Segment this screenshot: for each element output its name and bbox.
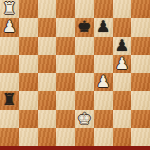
piece-black-pawn: ♟ <box>96 19 110 35</box>
square-c5[interactable] <box>38 55 57 73</box>
square-b6[interactable] <box>19 37 38 55</box>
square-a1[interactable] <box>0 128 19 146</box>
square-b8[interactable] <box>19 0 38 18</box>
piece-white-pawn: ♟ <box>2 19 16 35</box>
square-f1[interactable] <box>94 128 113 146</box>
square-b4[interactable] <box>19 73 38 91</box>
square-a2[interactable] <box>0 110 19 128</box>
square-d6[interactable] <box>56 37 75 55</box>
square-a4[interactable] <box>0 73 19 91</box>
chess-board-screenshot: ♜♟♚♟♟♟♟♜♚ <box>0 0 150 150</box>
square-h1[interactable] <box>131 128 150 146</box>
square-h5[interactable] <box>131 55 150 73</box>
square-b1[interactable] <box>19 128 38 146</box>
piece-white-pawn: ♟ <box>96 74 110 90</box>
piece-white-rook: ♜ <box>2 1 16 17</box>
square-b3[interactable] <box>19 91 38 109</box>
square-e2[interactable]: ♚ <box>75 110 94 128</box>
square-d5[interactable] <box>56 55 75 73</box>
piece-black-pawn: ♟ <box>115 38 129 54</box>
square-e6[interactable] <box>75 37 94 55</box>
square-h6[interactable] <box>131 37 150 55</box>
square-g2[interactable] <box>113 110 132 128</box>
square-b7[interactable] <box>19 18 38 36</box>
square-d1[interactable] <box>56 128 75 146</box>
square-d3[interactable] <box>56 91 75 109</box>
square-g3[interactable] <box>113 91 132 109</box>
square-e3[interactable] <box>75 91 94 109</box>
square-c1[interactable] <box>38 128 57 146</box>
square-g4[interactable] <box>113 73 132 91</box>
square-f7[interactable]: ♟ <box>94 18 113 36</box>
square-g8[interactable] <box>113 0 132 18</box>
square-f6[interactable] <box>94 37 113 55</box>
square-c6[interactable] <box>38 37 57 55</box>
square-c8[interactable] <box>38 0 57 18</box>
square-b2[interactable] <box>19 110 38 128</box>
square-h3[interactable] <box>131 91 150 109</box>
square-a3[interactable]: ♜ <box>0 91 19 109</box>
square-e5[interactable] <box>75 55 94 73</box>
square-d7[interactable] <box>56 18 75 36</box>
square-a6[interactable] <box>0 37 19 55</box>
square-e1[interactable] <box>75 128 94 146</box>
square-d4[interactable] <box>56 73 75 91</box>
square-f5[interactable] <box>94 55 113 73</box>
square-f2[interactable] <box>94 110 113 128</box>
square-g5[interactable]: ♟ <box>113 55 132 73</box>
square-a8[interactable]: ♜ <box>0 0 19 18</box>
square-g7[interactable] <box>113 18 132 36</box>
square-c4[interactable] <box>38 73 57 91</box>
square-c3[interactable] <box>38 91 57 109</box>
square-h8[interactable] <box>131 0 150 18</box>
square-h4[interactable] <box>131 73 150 91</box>
square-f3[interactable] <box>94 91 113 109</box>
square-a7[interactable]: ♟ <box>0 18 19 36</box>
square-h2[interactable] <box>131 110 150 128</box>
square-c7[interactable] <box>38 18 57 36</box>
square-b5[interactable] <box>19 55 38 73</box>
square-f4[interactable]: ♟ <box>94 73 113 91</box>
square-g1[interactable] <box>113 128 132 146</box>
square-f8[interactable] <box>94 0 113 18</box>
square-g6[interactable]: ♟ <box>113 37 132 55</box>
square-e8[interactable] <box>75 0 94 18</box>
piece-white-pawn: ♟ <box>115 56 129 72</box>
square-d2[interactable] <box>56 110 75 128</box>
square-a5[interactable] <box>0 55 19 73</box>
square-c2[interactable] <box>38 110 57 128</box>
piece-black-rook: ♜ <box>2 92 16 108</box>
square-e7[interactable]: ♚ <box>75 18 94 36</box>
piece-black-king: ♚ <box>77 19 91 35</box>
piece-white-king: ♚ <box>77 111 91 127</box>
square-e4[interactable] <box>75 73 94 91</box>
square-h7[interactable] <box>131 18 150 36</box>
square-d8[interactable] <box>56 0 75 18</box>
board-bottom-border <box>0 146 150 150</box>
chess-board: ♜♟♚♟♟♟♟♜♚ <box>0 0 150 146</box>
